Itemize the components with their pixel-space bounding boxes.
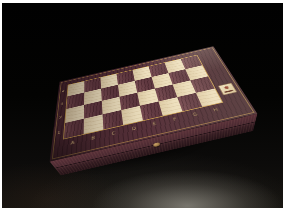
- file-label-e: E: [143, 118, 165, 129]
- file-label-c: C: [103, 127, 124, 138]
- logo-text-line: [224, 90, 233, 93]
- file-label-d: D: [123, 123, 145, 134]
- square-h1: [196, 89, 222, 107]
- square-a1: [64, 119, 84, 139]
- file-label-h: H: [204, 104, 227, 115]
- brand-logo: ♚: [218, 83, 237, 96]
- rank-label-2: 2: [56, 109, 65, 125]
- file-label-a: A: [62, 136, 83, 148]
- scene: ABCDEFGH 4321 ♚: [24, 18, 260, 190]
- square-f1: [159, 97, 183, 116]
- file-label-g: G: [184, 109, 207, 120]
- square-h2: [190, 76, 214, 93]
- square-e1: [140, 101, 163, 120]
- chess-case: ABCDEFGH 4321 ♚: [50, 46, 258, 161]
- brass-clasp-icon: [153, 142, 160, 147]
- chess-piece-icon: ♚: [223, 86, 231, 91]
- file-label-b: B: [83, 132, 104, 144]
- square-b2: [84, 101, 103, 119]
- square-g1: [177, 93, 202, 111]
- rank-label-1: 1: [54, 124, 64, 142]
- product-photo: ABCDEFGH 4321 ♚: [2, 3, 283, 208]
- square-c1: [103, 110, 124, 129]
- square-b1: [84, 114, 104, 134]
- square-a2: [65, 105, 84, 123]
- square-c2: [102, 97, 121, 115]
- square-d1: [121, 106, 143, 125]
- file-label-f: F: [164, 113, 186, 124]
- page-background: ABCDEFGH 4321 ♚: [0, 0, 285, 215]
